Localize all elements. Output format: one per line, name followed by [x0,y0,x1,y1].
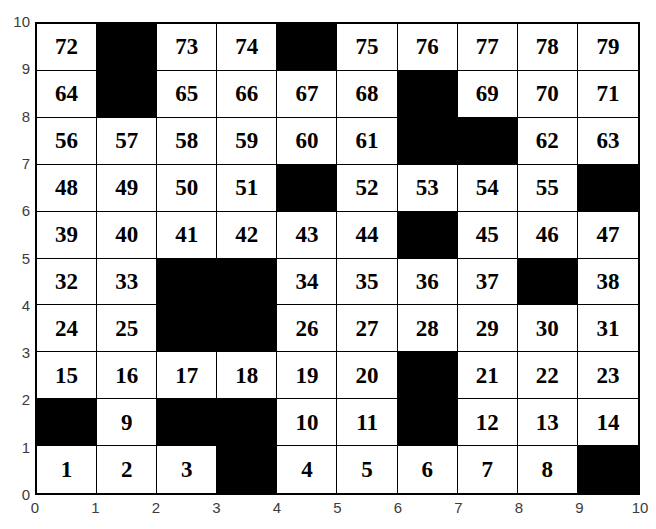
grid-cell-24[interactable]: 24 [37,305,97,352]
grid-cell-79[interactable]: 79 [578,24,638,71]
grid-cell-39[interactable]: 39 [37,212,97,259]
grid-cell-22[interactable]: 22 [518,352,578,399]
x-tick-label-10: 10 [620,499,656,517]
block-cell-r3c7 [398,118,458,165]
grid-cell-71[interactable]: 71 [578,71,638,118]
block-cell-r4c5 [277,165,337,212]
crossword-grid-figure: 7273747576777879646566676869707156575859… [0,0,656,529]
x-tick-label-0: 0 [15,499,55,517]
grid-cell-10[interactable]: 10 [277,399,337,446]
grid-cell-43[interactable]: 43 [277,212,337,259]
grid-cell-47[interactable]: 47 [578,212,638,259]
grid-cell-45[interactable]: 45 [458,212,518,259]
grid-cell-7[interactable]: 7 [458,446,518,493]
grid-cell-73[interactable]: 73 [157,24,217,71]
x-tick-label-6: 6 [378,499,418,517]
grid-cell-14[interactable]: 14 [578,399,638,446]
grid-cell-31[interactable]: 31 [578,305,638,352]
grid-cell-53[interactable]: 53 [398,165,458,212]
grid-cell-69[interactable]: 69 [458,71,518,118]
grid-cell-17[interactable]: 17 [157,352,217,399]
x-tick-label-4: 4 [257,499,297,517]
grid-cell-28[interactable]: 28 [398,305,458,352]
x-tick-label-8: 8 [499,499,539,517]
y-tick-label-5: 5 [0,250,30,268]
grid-cell-35[interactable]: 35 [337,259,397,306]
grid-cell-62[interactable]: 62 [518,118,578,165]
x-tick-label-2: 2 [136,499,176,517]
grid-cell-42[interactable]: 42 [217,212,277,259]
grid-cell-59[interactable]: 59 [217,118,277,165]
grid-cell-55[interactable]: 55 [518,165,578,212]
grid-cell-67[interactable]: 67 [277,71,337,118]
grid-cell-23[interactable]: 23 [578,352,638,399]
y-tick-label-2: 2 [0,391,30,409]
grid-cell-4[interactable]: 4 [277,446,337,493]
puzzle-grid: 7273747576777879646566676869707156575859… [35,22,640,495]
block-cell-r1c2 [97,24,157,71]
grid-cell-26[interactable]: 26 [277,305,337,352]
grid-cell-18[interactable]: 18 [217,352,277,399]
grid-cell-12[interactable]: 12 [458,399,518,446]
grid-cell-37[interactable]: 37 [458,259,518,306]
grid-cell-3[interactable]: 3 [157,446,217,493]
grid-cell-56[interactable]: 56 [37,118,97,165]
grid-cell-9[interactable]: 9 [97,399,157,446]
block-cell-r9c7 [398,399,458,446]
x-tick-label-7: 7 [439,499,479,517]
block-cell-r1c5 [277,24,337,71]
grid-cell-51[interactable]: 51 [217,165,277,212]
grid-cell-13[interactable]: 13 [518,399,578,446]
grid-cell-16[interactable]: 16 [97,352,157,399]
grid-cell-64[interactable]: 64 [37,71,97,118]
grid-cell-38[interactable]: 38 [578,259,638,306]
grid-cell-68[interactable]: 68 [337,71,397,118]
y-tick-label-10: 10 [0,13,30,31]
block-cell-r6c9 [518,259,578,306]
grid-cell-8[interactable]: 8 [518,446,578,493]
block-cell-r9c4 [217,399,277,446]
grid-cell-15[interactable]: 15 [37,352,97,399]
grid-cell-32[interactable]: 32 [37,259,97,306]
block-cell-r7c3 [157,305,217,352]
y-tick-label-6: 6 [0,202,30,220]
grid-cell-19[interactable]: 19 [277,352,337,399]
grid-cell-78[interactable]: 78 [518,24,578,71]
x-tick-label-3: 3 [197,499,237,517]
grid-cell-50[interactable]: 50 [157,165,217,212]
grid-cell-1[interactable]: 1 [37,446,97,493]
grid-cell-58[interactable]: 58 [157,118,217,165]
grid-cell-5[interactable]: 5 [337,446,397,493]
block-cell-r7c4 [217,305,277,352]
grid-cell-76[interactable]: 76 [398,24,458,71]
block-cell-r8c7 [398,352,458,399]
grid-cell-57[interactable]: 57 [97,118,157,165]
grid-cell-34[interactable]: 34 [277,259,337,306]
grid-cell-36[interactable]: 36 [398,259,458,306]
grid-cell-29[interactable]: 29 [458,305,518,352]
y-tick-label-7: 7 [0,155,30,173]
block-cell-r5c7 [398,212,458,259]
block-cell-r10c4 [217,446,277,493]
y-tick-label-4: 4 [0,297,30,315]
block-cell-r4c10 [578,165,638,212]
grid-cell-44[interactable]: 44 [337,212,397,259]
x-tick-label-5: 5 [318,499,358,517]
grid-cell-46[interactable]: 46 [518,212,578,259]
grid-cell-77[interactable]: 77 [458,24,518,71]
grid-cell-52[interactable]: 52 [337,165,397,212]
grid-cell-30[interactable]: 30 [518,305,578,352]
y-tick-label-8: 8 [0,108,30,126]
block-cell-r9c3 [157,399,217,446]
grid-cell-48[interactable]: 48 [37,165,97,212]
grid-cell-27[interactable]: 27 [337,305,397,352]
grid-cell-2[interactable]: 2 [97,446,157,493]
grid-cell-74[interactable]: 74 [217,24,277,71]
grid-cell-33[interactable]: 33 [97,259,157,306]
grid-cell-49[interactable]: 49 [97,165,157,212]
block-cell-r10c10 [578,446,638,493]
grid-cell-63[interactable]: 63 [578,118,638,165]
grid-cell-21[interactable]: 21 [458,352,518,399]
block-cell-r3c8 [458,118,518,165]
grid-cell-66[interactable]: 66 [217,71,277,118]
grid-cell-41[interactable]: 41 [157,212,217,259]
y-tick-label-3: 3 [0,344,30,362]
grid-cell-20[interactable]: 20 [337,352,397,399]
grid-cell-54[interactable]: 54 [458,165,518,212]
y-tick-label-9: 9 [0,60,30,78]
grid-cell-61[interactable]: 61 [337,118,397,165]
block-cell-r2c7 [398,71,458,118]
grid-cell-72[interactable]: 72 [37,24,97,71]
grid-cell-40[interactable]: 40 [97,212,157,259]
x-tick-label-1: 1 [76,499,116,517]
x-tick-label-9: 9 [560,499,600,517]
grid-cell-70[interactable]: 70 [518,71,578,118]
block-cell-r6c3 [157,259,217,306]
block-cell-r6c4 [217,259,277,306]
grid-cell-60[interactable]: 60 [277,118,337,165]
grid-cell-6[interactable]: 6 [398,446,458,493]
block-cell-r9c1 [37,399,97,446]
block-cell-r2c2 [97,71,157,118]
y-tick-label-1: 1 [0,439,30,457]
grid-cell-11[interactable]: 11 [337,399,397,446]
grid-cell-25[interactable]: 25 [97,305,157,352]
grid-cell-65[interactable]: 65 [157,71,217,118]
grid-cell-75[interactable]: 75 [337,24,397,71]
